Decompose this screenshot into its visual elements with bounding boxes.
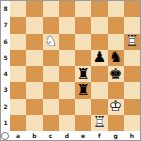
square-h4[interactable] bbox=[124, 66, 140, 82]
black-king-piece[interactable]: ♚ bbox=[108, 66, 124, 82]
rank-label-5: 5 bbox=[1, 50, 10, 66]
file-label-h: h bbox=[124, 131, 140, 140]
file-label-b: b bbox=[26, 131, 42, 140]
square-b5[interactable] bbox=[26, 50, 42, 66]
square-a1[interactable] bbox=[10, 115, 26, 131]
square-c3[interactable] bbox=[43, 82, 59, 98]
square-g7[interactable] bbox=[108, 17, 124, 33]
file-label-f: f bbox=[91, 131, 107, 140]
square-f2[interactable] bbox=[91, 99, 107, 115]
square-g4[interactable]: ♚ bbox=[108, 66, 124, 82]
square-a6[interactable] bbox=[10, 34, 26, 50]
square-a3[interactable] bbox=[10, 82, 26, 98]
black-piece-glyph: ♟ bbox=[91, 50, 107, 66]
rank-label-8: 8 bbox=[1, 1, 10, 17]
square-h3[interactable] bbox=[124, 82, 140, 98]
square-c6[interactable]: ♞♘ bbox=[43, 34, 59, 50]
square-a8[interactable] bbox=[10, 1, 26, 17]
square-g5[interactable]: ♞ bbox=[108, 50, 124, 66]
square-g1[interactable] bbox=[108, 115, 124, 131]
square-h6[interactable]: ♜♖ bbox=[124, 34, 140, 50]
square-d2[interactable] bbox=[59, 99, 75, 115]
white-rook-piece[interactable]: ♜♖ bbox=[91, 115, 107, 131]
square-b2[interactable] bbox=[26, 99, 42, 115]
black-piece-glyph: ♞ bbox=[108, 50, 124, 66]
square-f1[interactable]: ♜♖ bbox=[91, 115, 107, 131]
square-g3[interactable] bbox=[108, 82, 124, 98]
rank-label-4: 4 bbox=[1, 66, 10, 82]
square-d3[interactable] bbox=[59, 82, 75, 98]
square-c4[interactable] bbox=[43, 66, 59, 82]
square-b6[interactable] bbox=[26, 34, 42, 50]
white-king-piece[interactable]: ♚♔ bbox=[108, 99, 124, 115]
square-f3[interactable] bbox=[91, 82, 107, 98]
file-label-c: c bbox=[43, 131, 59, 140]
white-piece-outline: ♖ bbox=[91, 115, 107, 131]
square-f7[interactable] bbox=[91, 17, 107, 33]
square-d4[interactable] bbox=[59, 66, 75, 82]
file-labels: abcdefgh bbox=[10, 131, 140, 140]
rank-label-2: 2 bbox=[1, 99, 10, 115]
file-label-e: e bbox=[75, 131, 91, 140]
square-a7[interactable] bbox=[10, 17, 26, 33]
square-f5[interactable]: ♟ bbox=[91, 50, 107, 66]
black-rook-piece[interactable]: ♜ bbox=[75, 66, 91, 82]
white-knight-piece[interactable]: ♞♘ bbox=[43, 34, 59, 50]
square-c5[interactable] bbox=[43, 50, 59, 66]
square-h5[interactable] bbox=[124, 50, 140, 66]
square-f4[interactable] bbox=[91, 66, 107, 82]
white-piece-outline: ♖ bbox=[124, 34, 140, 50]
square-h2[interactable] bbox=[124, 99, 140, 115]
square-d6[interactable] bbox=[59, 34, 75, 50]
square-h1[interactable] bbox=[124, 115, 140, 131]
white-to-move-circle-icon bbox=[1, 132, 9, 140]
square-e6[interactable] bbox=[75, 34, 91, 50]
side-to-move-indicator bbox=[1, 131, 10, 140]
square-g8[interactable] bbox=[108, 1, 124, 17]
square-e7[interactable] bbox=[75, 17, 91, 33]
square-a2[interactable] bbox=[10, 99, 26, 115]
square-e8[interactable] bbox=[75, 1, 91, 17]
square-c2[interactable] bbox=[43, 99, 59, 115]
chess-diagram: 87654321 ♞♘♜♖♟♞♜♚♜♚♔♜♖ abcdefgh bbox=[0, 0, 141, 141]
black-knight-piece[interactable]: ♞ bbox=[108, 50, 124, 66]
square-e4[interactable]: ♜ bbox=[75, 66, 91, 82]
rank-label-6: 6 bbox=[1, 34, 10, 50]
square-f6[interactable] bbox=[91, 34, 107, 50]
square-e5[interactable] bbox=[75, 50, 91, 66]
square-c1[interactable] bbox=[43, 115, 59, 131]
square-b3[interactable] bbox=[26, 82, 42, 98]
square-b8[interactable] bbox=[26, 1, 42, 17]
white-piece-outline: ♔ bbox=[108, 99, 124, 115]
file-label-d: d bbox=[59, 131, 75, 140]
square-b4[interactable] bbox=[26, 66, 42, 82]
black-rook-piece[interactable]: ♜ bbox=[75, 82, 91, 98]
square-g6[interactable] bbox=[108, 34, 124, 50]
white-piece-outline: ♘ bbox=[43, 34, 59, 50]
square-a4[interactable] bbox=[10, 66, 26, 82]
white-rook-piece[interactable]: ♜♖ bbox=[124, 34, 140, 50]
square-h7[interactable] bbox=[124, 17, 140, 33]
square-c8[interactable] bbox=[43, 1, 59, 17]
file-label-g: g bbox=[108, 131, 124, 140]
black-piece-glyph: ♜ bbox=[75, 66, 91, 82]
rank-label-3: 3 bbox=[1, 82, 10, 98]
square-c7[interactable] bbox=[43, 17, 59, 33]
chess-board[interactable]: ♞♘♜♖♟♞♜♚♜♚♔♜♖ bbox=[10, 1, 140, 131]
square-b1[interactable] bbox=[26, 115, 42, 131]
square-f8[interactable] bbox=[91, 1, 107, 17]
file-label-a: a bbox=[10, 131, 26, 140]
square-b7[interactable] bbox=[26, 17, 42, 33]
rank-label-1: 1 bbox=[1, 115, 10, 131]
black-pawn-piece[interactable]: ♟ bbox=[91, 50, 107, 66]
square-e2[interactable] bbox=[75, 99, 91, 115]
square-a5[interactable] bbox=[10, 50, 26, 66]
square-d7[interactable] bbox=[59, 17, 75, 33]
square-d8[interactable] bbox=[59, 1, 75, 17]
square-e3[interactable]: ♜ bbox=[75, 82, 91, 98]
square-g2[interactable]: ♚♔ bbox=[108, 99, 124, 115]
square-e1[interactable] bbox=[75, 115, 91, 131]
square-h8[interactable] bbox=[124, 1, 140, 17]
rank-label-7: 7 bbox=[1, 17, 10, 33]
square-d5[interactable] bbox=[59, 50, 75, 66]
rank-labels: 87654321 bbox=[1, 1, 10, 131]
square-d1[interactable] bbox=[59, 115, 75, 131]
black-piece-glyph: ♜ bbox=[75, 82, 91, 98]
black-piece-glyph: ♚ bbox=[108, 66, 124, 82]
